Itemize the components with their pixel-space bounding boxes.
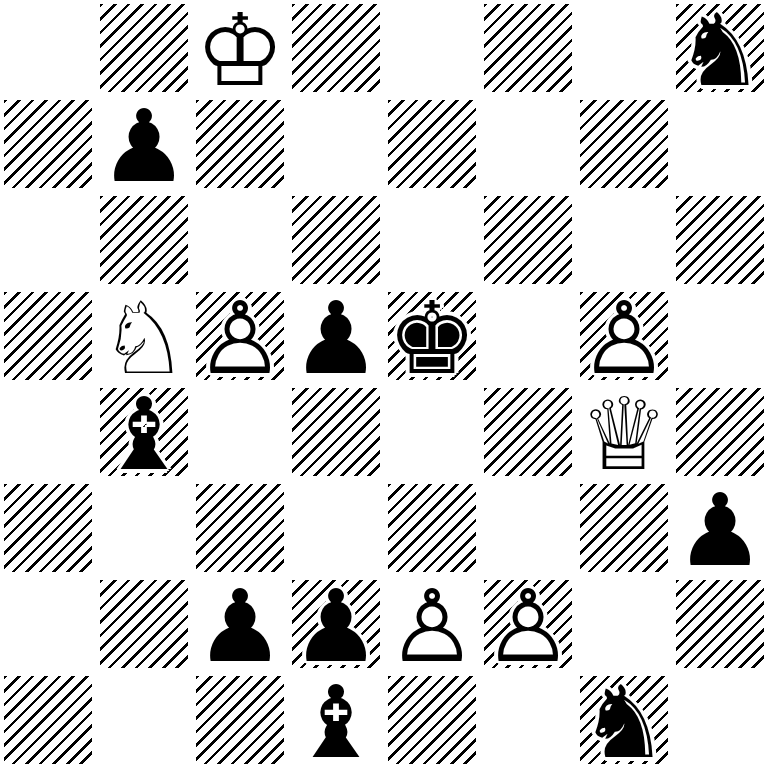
piece-white-pawn: ♙	[196, 295, 284, 383]
square-g7[interactable]	[576, 96, 672, 192]
piece-black-king: ♚	[388, 295, 476, 383]
square-a7[interactable]	[0, 96, 96, 192]
square-e4[interactable]	[384, 384, 480, 480]
square-c2[interactable]: ♟♟	[192, 576, 288, 672]
black-knight-halo: ♞	[676, 7, 764, 95]
square-e2[interactable]: ♟♙	[384, 576, 480, 672]
square-g5[interactable]: ♟♙	[576, 288, 672, 384]
square-b1[interactable]	[96, 672, 192, 768]
piece-white-knight: ♘	[96, 291, 192, 387]
piece-white-pawn: ♙	[484, 583, 572, 671]
piece-black-bishop: ♝	[288, 675, 384, 768]
black-pawn-halo: ♟	[292, 583, 380, 671]
piece-black-bishop: ♝	[100, 391, 188, 479]
chess-diagram: ♚♔♞♞♟♟♞♘♟♙♟♟♚♚♟♙♝♝♛♕♟♟♟♟♟♟♟♙♟♙♝♝♞♞	[0, 0, 768, 768]
square-f4[interactable]	[480, 384, 576, 480]
square-c3[interactable]	[192, 480, 288, 576]
square-h8[interactable]: ♞♞	[672, 0, 768, 96]
piece-white-pawn: ♙	[580, 295, 668, 383]
white-queen-halo: ♛	[576, 387, 672, 483]
piece-white-queen: ♕	[576, 387, 672, 483]
square-e1[interactable]	[384, 672, 480, 768]
piece-black-knight: ♞	[580, 679, 668, 767]
square-e5[interactable]: ♚♚	[384, 288, 480, 384]
square-a3[interactable]	[0, 480, 96, 576]
square-g3[interactable]	[576, 480, 672, 576]
white-king-halo: ♚	[192, 3, 288, 99]
square-h6[interactable]	[672, 192, 768, 288]
square-b8[interactable]	[96, 0, 192, 96]
square-h2[interactable]	[672, 576, 768, 672]
square-h3[interactable]: ♟♟	[672, 480, 768, 576]
square-a1[interactable]	[0, 672, 96, 768]
square-g1[interactable]: ♞♞	[576, 672, 672, 768]
square-b4[interactable]: ♝♝	[96, 384, 192, 480]
square-b5[interactable]: ♞♘	[96, 288, 192, 384]
square-d2[interactable]: ♟♟	[288, 576, 384, 672]
square-h4[interactable]	[672, 384, 768, 480]
square-g2[interactable]	[576, 576, 672, 672]
square-b2[interactable]	[96, 576, 192, 672]
square-a5[interactable]	[0, 288, 96, 384]
piece-black-pawn: ♟	[672, 483, 768, 579]
square-b3[interactable]	[96, 480, 192, 576]
square-d8[interactable]	[288, 0, 384, 96]
square-c1[interactable]	[192, 672, 288, 768]
square-d5[interactable]: ♟♟	[288, 288, 384, 384]
white-knight-halo: ♞	[96, 291, 192, 387]
square-f8[interactable]	[480, 0, 576, 96]
square-e3[interactable]	[384, 480, 480, 576]
piece-black-pawn: ♟	[192, 579, 288, 675]
square-g4[interactable]: ♛♕	[576, 384, 672, 480]
piece-white-king: ♔	[192, 3, 288, 99]
square-g8[interactable]	[576, 0, 672, 96]
black-pawn-halo: ♟	[192, 579, 288, 675]
piece-black-pawn: ♟	[96, 99, 192, 195]
piece-white-pawn: ♙	[384, 579, 480, 675]
square-c4[interactable]	[192, 384, 288, 480]
black-pawn-halo: ♟	[96, 99, 192, 195]
square-d1[interactable]: ♝♝	[288, 672, 384, 768]
square-f7[interactable]	[480, 96, 576, 192]
square-b6[interactable]	[96, 192, 192, 288]
square-e8[interactable]	[384, 0, 480, 96]
square-g6[interactable]	[576, 192, 672, 288]
square-h5[interactable]	[672, 288, 768, 384]
square-a2[interactable]	[0, 576, 96, 672]
square-d3[interactable]	[288, 480, 384, 576]
piece-black-pawn: ♟	[292, 583, 380, 671]
black-knight-halo: ♞	[580, 679, 668, 767]
square-f6[interactable]	[480, 192, 576, 288]
square-f2[interactable]: ♟♙	[480, 576, 576, 672]
square-h7[interactable]	[672, 96, 768, 192]
black-pawn-halo: ♟	[672, 483, 768, 579]
square-e7[interactable]	[384, 96, 480, 192]
square-h1[interactable]	[672, 672, 768, 768]
square-d6[interactable]	[288, 192, 384, 288]
white-pawn-halo: ♟	[580, 295, 668, 383]
square-c5[interactable]: ♟♙	[192, 288, 288, 384]
piece-black-pawn: ♟	[288, 291, 384, 387]
black-king-halo: ♚	[388, 295, 476, 383]
square-f3[interactable]	[480, 480, 576, 576]
square-f1[interactable]	[480, 672, 576, 768]
square-b7[interactable]: ♟♟	[96, 96, 192, 192]
square-c8[interactable]: ♚♔	[192, 0, 288, 96]
square-a4[interactable]	[0, 384, 96, 480]
white-pawn-halo: ♟	[484, 583, 572, 671]
white-pawn-halo: ♟	[384, 579, 480, 675]
square-a8[interactable]	[0, 0, 96, 96]
chess-board: ♚♔♞♞♟♟♞♘♟♙♟♟♚♚♟♙♝♝♛♕♟♟♟♟♟♟♟♙♟♙♝♝♞♞	[0, 0, 768, 768]
square-d4[interactable]	[288, 384, 384, 480]
square-d7[interactable]	[288, 96, 384, 192]
black-pawn-halo: ♟	[288, 291, 384, 387]
square-f5[interactable]	[480, 288, 576, 384]
square-e6[interactable]	[384, 192, 480, 288]
square-a6[interactable]	[0, 192, 96, 288]
black-bishop-halo: ♝	[100, 391, 188, 479]
square-c7[interactable]	[192, 96, 288, 192]
piece-black-knight: ♞	[676, 7, 764, 95]
white-pawn-halo: ♟	[196, 295, 284, 383]
black-bishop-halo: ♝	[288, 675, 384, 768]
square-c6[interactable]	[192, 192, 288, 288]
